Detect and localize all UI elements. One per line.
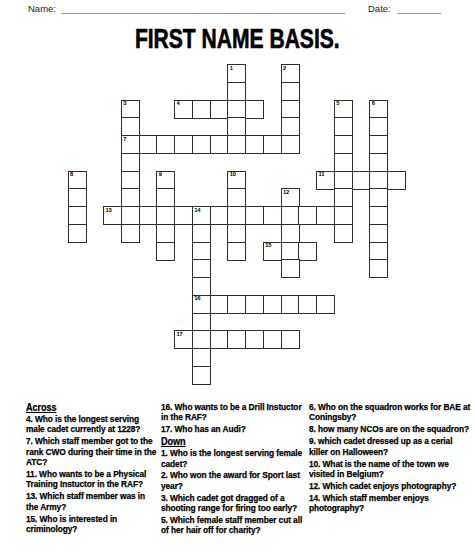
grid-cell-r3c9: [227, 117, 246, 136]
grid-number-4: 4: [177, 101, 180, 107]
grid-cell-r15c7: [192, 330, 211, 349]
grid-number-1: 1: [230, 66, 233, 72]
grid-cell-r10c11: 15: [263, 242, 282, 261]
grid-cell-r6c14: 11: [316, 171, 335, 190]
clue-column-2: 16. Who wants to be a Drill Instuctor in…: [161, 402, 305, 537]
grid-number-2: 2: [283, 66, 286, 72]
grid-cell-r15c9: [227, 330, 246, 349]
grid-number-11: 11: [319, 172, 325, 178]
clue-across-16: 16. Who wants to be a Drill Instuctor in…: [161, 402, 305, 423]
grid-cell-r7c5: [156, 188, 175, 207]
grid-cell-r4c12: [281, 135, 300, 154]
clue-down-8: 8. how many NCOs are on the squadron?: [309, 424, 471, 434]
crossword-worksheet: { "game": "crossword", "title": "FIRST N…: [0, 0, 474, 555]
grid-cell-r13c14: [316, 295, 335, 314]
grid-cell-r9c17: [369, 224, 388, 243]
grid-cell-r1c12: [281, 82, 300, 101]
puzzle-title: FIRST NAME BASIS.: [135, 24, 340, 55]
grid-cell-r4c10: [245, 135, 264, 154]
grid-cell-r4c15: [334, 135, 353, 154]
grid-cell-r2c15: 5: [334, 100, 353, 119]
grid-cell-r9c5: [156, 224, 175, 243]
grid-cell-r8c12: [281, 206, 300, 225]
grid-cell-r4c7: [192, 135, 211, 154]
grid-cell-r3c12: [281, 117, 300, 136]
grid-cell-r2c10: [245, 100, 264, 119]
grid-cell-r8c13: [298, 206, 317, 225]
grid-cell-r6c0: 8: [68, 171, 87, 190]
grid-cell-r7c0: [68, 188, 87, 207]
grid-cell-r2c6: 4: [174, 100, 193, 119]
grid-cell-r15c12: [281, 330, 300, 349]
grid-cell-r8c7: 14: [192, 206, 211, 225]
grid-cell-r3c15: [334, 117, 353, 136]
grid-number-10: 10: [230, 172, 236, 178]
clue-across-4: 4. Who is the longest serving male cadet…: [26, 414, 159, 435]
grid-cell-r8c5: [156, 206, 175, 225]
grid-cell-r2c3: 3: [121, 100, 140, 119]
grid-cell-r1c9: [227, 82, 246, 101]
clue-down-3: 3. Which cadet got dragged of a shooting…: [161, 493, 305, 514]
grid-cell-r11c12: [281, 259, 300, 278]
grid-cell-r9c9: [227, 224, 246, 243]
grid-cell-r7c17: [369, 188, 388, 207]
clue-across-7: 7. Which staff member got to the rank CW…: [26, 436, 159, 467]
grid-cell-r17c7: [192, 366, 211, 385]
grid-cell-r13c11: [263, 295, 282, 314]
grid-cell-r10c12: [281, 242, 300, 261]
grid-cell-r11c17: [369, 259, 388, 278]
grid-cell-r8c15: [334, 206, 353, 225]
grid-cell-r0c12: 2: [281, 64, 300, 83]
grid-number-8: 8: [70, 172, 73, 178]
clue-down-5: 5. Which female staff member cut all of …: [161, 515, 305, 536]
down-header: Down: [161, 436, 305, 446]
grid-cell-r8c3: [121, 206, 140, 225]
grid-cell-r14c7: [192, 313, 211, 332]
grid-cell-r3c3: [121, 117, 140, 136]
grid-cell-r10c7: [192, 242, 211, 261]
grid-cell-r2c12: [281, 100, 300, 119]
name-label: Name:: [28, 3, 56, 14]
grid-number-6: 6: [372, 101, 375, 107]
grid-number-14: 14: [194, 208, 200, 214]
grid-cell-r5c17: [369, 153, 388, 172]
grid-cell-r2c8: [210, 100, 229, 119]
grid-cell-r13c9: [227, 295, 246, 314]
grid-cell-r10c17: [369, 242, 388, 261]
clue-down-1: 1. Who is the longest serving female cad…: [161, 448, 305, 469]
grid-cell-r4c8: [210, 135, 229, 154]
grid-cell-r4c3: 7: [121, 135, 140, 154]
grid-cell-r7c9: [227, 188, 246, 207]
clue-across-15: 15. Who is interested in criminology?: [26, 514, 159, 535]
grid-cell-r3c17: [369, 117, 388, 136]
grid-cell-r10c9: [227, 242, 246, 261]
grid-number-3: 3: [123, 101, 126, 107]
grid-cell-r13c12: [281, 295, 300, 314]
grid-cell-r9c15: [334, 224, 353, 243]
clue-down-9: 9. which cadet dressed up as a cerial ki…: [309, 436, 471, 457]
grid-cell-r8c4: [139, 206, 158, 225]
grid-cell-r16c7: [192, 348, 211, 367]
clue-column-1: Across4. Who is the longest serving male…: [26, 402, 159, 536]
grid-cell-r6c5: 9: [156, 171, 175, 190]
grid-cell-r8c17: [369, 206, 388, 225]
clue-down-6: 6. Who on the squadron works for BAE at …: [309, 402, 471, 423]
grid-cell-r15c11: [263, 330, 282, 349]
grid-cell-r5c15: [334, 153, 353, 172]
crossword-grid: 1234567891011121314151617: [68, 64, 407, 385]
grid-cell-r8c11: [263, 206, 282, 225]
grid-cell-r6c15: [334, 171, 353, 190]
grid-cell-r13c10: [245, 295, 264, 314]
grid-number-12: 12: [283, 190, 289, 196]
grid-cell-r9c12: [281, 224, 300, 243]
clue-across-17: 17. Who has an Audi?: [161, 424, 305, 434]
grid-cell-r4c4: [139, 135, 158, 154]
across-header: Across: [26, 402, 159, 412]
grid-cell-r13c7: 16: [192, 295, 211, 314]
clue-down-14: 14. Which staff member enjoys photograph…: [309, 493, 471, 514]
grid-cell-r7c15: [334, 188, 353, 207]
grid-number-16: 16: [194, 296, 200, 302]
grid-cell-r13c8: [210, 295, 229, 314]
grid-cell-r11c7: [192, 259, 211, 278]
grid-cell-r6c18: [387, 171, 406, 190]
grid-cell-r5c3: [121, 153, 140, 172]
grid-cell-r4c11: [263, 135, 282, 154]
grid-cell-r2c9: [227, 100, 246, 119]
grid-cell-r6c16: [352, 171, 371, 190]
grid-cell-r0c9: 1: [227, 64, 246, 83]
grid-cell-r7c3: [121, 188, 140, 207]
grid-cell-r4c5: [156, 135, 175, 154]
grid-cell-r6c17: [369, 171, 388, 190]
grid-cell-r13c13: [298, 295, 317, 314]
name-entry-line: [61, 13, 345, 14]
grid-cell-r8c14: [316, 206, 335, 225]
grid-cell-r12c7: [192, 277, 211, 296]
clue-down-2: 2. Who won the award for Sport last year…: [161, 470, 305, 491]
grid-cell-r4c17: [369, 135, 388, 154]
grid-cell-r8c0: [68, 206, 87, 225]
date-label: Date:: [368, 3, 391, 14]
grid-cell-r6c9: 10: [227, 171, 246, 190]
clue-down-12: 12. Which cadet enjoys photography?: [309, 481, 471, 491]
grid-cell-r8c6: [174, 206, 193, 225]
grid-cell-r4c9: [227, 135, 246, 154]
grid-cell-r15c6: 17: [174, 330, 193, 349]
grid-number-7: 7: [123, 137, 126, 143]
grid-cell-r2c17: 6: [369, 100, 388, 119]
grid-cell-r9c3: [121, 224, 140, 243]
clue-column-3: 6. Who on the squadron works for BAE at …: [309, 402, 471, 515]
grid-cell-r15c10: [245, 330, 264, 349]
grid-cell-r8c10: [245, 206, 264, 225]
grid-cell-r4c6: [174, 135, 193, 154]
clue-across-11: 11. Who wants to be a Physical Training …: [26, 469, 159, 490]
clue-across-13: 13. Which staff member was in the Army?: [26, 491, 159, 512]
grid-cell-r8c2: 13: [103, 206, 122, 225]
grid-cell-r9c7: [192, 224, 211, 243]
grid-cell-r10c13: [298, 242, 317, 261]
grid-cell-r9c0: [68, 224, 87, 243]
title-wrap: FIRST NAME BASIS.: [0, 24, 474, 55]
grid-cell-r8c9: [227, 206, 246, 225]
date-entry-line: [397, 13, 441, 14]
grid-number-5: 5: [336, 101, 339, 107]
grid-number-13: 13: [106, 208, 112, 214]
grid-cell-r2c7: [192, 100, 211, 119]
grid-cell-r15c8: [210, 330, 229, 349]
grid-cell-r6c3: [121, 171, 140, 190]
grid-number-17: 17: [177, 332, 183, 338]
grid-cell-r7c12: 12: [281, 188, 300, 207]
clue-down-10: 10. What is the name of the town we visi…: [309, 459, 471, 480]
grid-number-9: 9: [159, 172, 162, 178]
grid-number-15: 15: [265, 243, 271, 249]
grid-cell-r8c8: [210, 206, 229, 225]
grid-cell-r10c5: [156, 242, 175, 261]
